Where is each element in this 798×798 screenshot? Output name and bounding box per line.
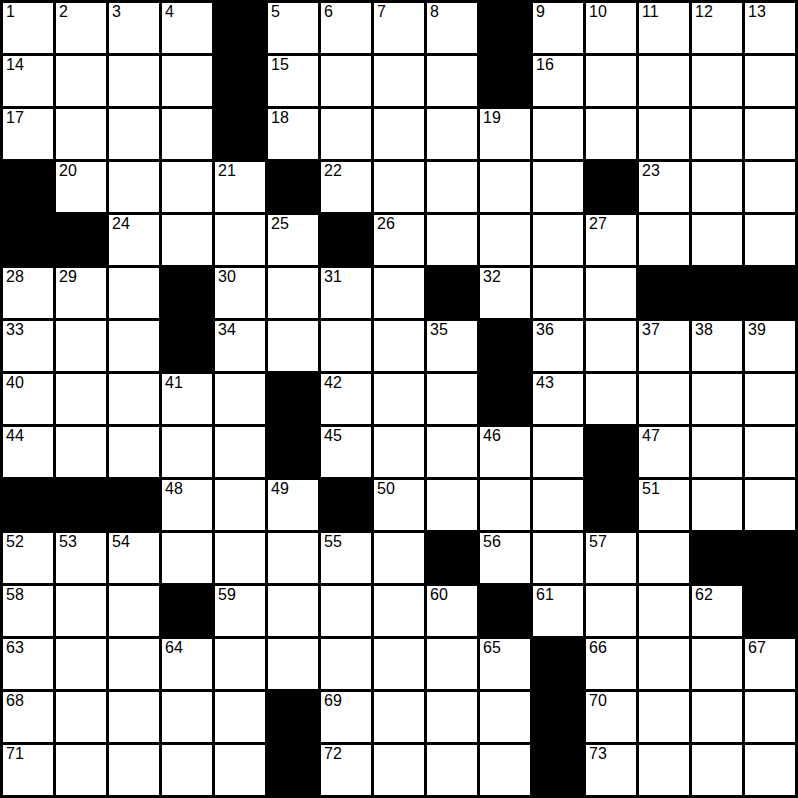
clue-number: 36 bbox=[536, 321, 554, 339]
clue-number: 8 bbox=[430, 3, 439, 21]
white-cell[interactable] bbox=[56, 427, 106, 477]
white-cell[interactable] bbox=[692, 109, 742, 159]
white-cell[interactable] bbox=[586, 109, 636, 159]
white-cell[interactable] bbox=[162, 56, 212, 106]
clue-number: 30 bbox=[218, 268, 236, 286]
clue-number: 22 bbox=[324, 162, 342, 180]
clue-number: 33 bbox=[6, 321, 24, 339]
white-cell[interactable] bbox=[109, 427, 159, 477]
clue-number: 4 bbox=[165, 3, 174, 21]
white-cell[interactable] bbox=[692, 692, 742, 742]
black-cell bbox=[56, 480, 106, 530]
clue-number: 5 bbox=[271, 3, 280, 21]
clue-number: 55 bbox=[324, 533, 342, 551]
white-cell[interactable] bbox=[427, 374, 477, 424]
white-cell[interactable]: 14 bbox=[3, 56, 53, 106]
black-cell bbox=[268, 162, 318, 212]
clue-number: 19 bbox=[483, 109, 501, 127]
clue-number: 56 bbox=[483, 533, 501, 551]
white-cell[interactable] bbox=[427, 639, 477, 689]
black-cell bbox=[162, 586, 212, 636]
clue-number: 61 bbox=[536, 586, 554, 604]
clue-number: 11 bbox=[642, 3, 659, 21]
clue-number: 10 bbox=[589, 3, 607, 21]
black-cell bbox=[480, 374, 530, 424]
white-cell[interactable] bbox=[215, 427, 265, 477]
white-cell[interactable] bbox=[480, 745, 530, 795]
white-cell[interactable]: 73 bbox=[586, 745, 636, 795]
black-cell bbox=[586, 162, 636, 212]
white-cell[interactable] bbox=[321, 56, 371, 106]
white-cell[interactable] bbox=[56, 586, 106, 636]
clue-number: 53 bbox=[59, 533, 77, 551]
white-cell[interactable]: 48 bbox=[162, 480, 212, 530]
white-cell[interactable] bbox=[374, 639, 424, 689]
clue-number: 66 bbox=[589, 639, 607, 657]
black-cell bbox=[268, 427, 318, 477]
white-cell[interactable] bbox=[109, 56, 159, 106]
white-cell[interactable] bbox=[374, 321, 424, 371]
white-cell[interactable]: 35 bbox=[427, 321, 477, 371]
black-cell bbox=[480, 3, 530, 53]
white-cell[interactable] bbox=[321, 109, 371, 159]
clue-number: 39 bbox=[748, 321, 766, 339]
white-cell[interactable] bbox=[639, 586, 689, 636]
white-cell[interactable] bbox=[533, 533, 583, 583]
white-cell[interactable]: 51 bbox=[639, 480, 689, 530]
clue-number: 28 bbox=[6, 268, 24, 286]
black-cell bbox=[692, 268, 742, 318]
white-cell[interactable]: 32 bbox=[480, 268, 530, 318]
white-cell[interactable] bbox=[215, 374, 265, 424]
clue-number: 60 bbox=[430, 586, 448, 604]
white-cell[interactable] bbox=[533, 427, 583, 477]
clue-number: 51 bbox=[642, 480, 660, 498]
white-cell[interactable] bbox=[374, 56, 424, 106]
white-cell[interactable] bbox=[427, 745, 477, 795]
white-cell[interactable] bbox=[692, 427, 742, 477]
white-cell[interactable]: 52 bbox=[3, 533, 53, 583]
white-cell[interactable]: 50 bbox=[374, 480, 424, 530]
white-cell[interactable] bbox=[374, 745, 424, 795]
white-cell[interactable]: 56 bbox=[480, 533, 530, 583]
white-cell[interactable]: 36 bbox=[533, 321, 583, 371]
clue-number: 45 bbox=[324, 427, 342, 445]
clue-number: 38 bbox=[695, 321, 713, 339]
white-cell[interactable] bbox=[162, 162, 212, 212]
white-cell[interactable]: 27 bbox=[586, 215, 636, 265]
white-cell[interactable]: 24 bbox=[109, 215, 159, 265]
white-cell[interactable] bbox=[480, 162, 530, 212]
clue-number: 32 bbox=[483, 268, 501, 286]
white-cell[interactable]: 59 bbox=[215, 586, 265, 636]
clue-number: 23 bbox=[642, 162, 660, 180]
clue-number: 37 bbox=[642, 321, 660, 339]
clue-number: 52 bbox=[6, 533, 24, 551]
white-cell[interactable] bbox=[109, 374, 159, 424]
clue-number: 50 bbox=[377, 480, 395, 498]
white-cell[interactable] bbox=[639, 639, 689, 689]
white-cell[interactable] bbox=[109, 692, 159, 742]
clue-number: 6 bbox=[324, 3, 333, 21]
clue-number: 68 bbox=[6, 692, 24, 710]
clue-number: 69 bbox=[324, 692, 342, 710]
black-cell bbox=[427, 533, 477, 583]
white-cell[interactable] bbox=[745, 109, 795, 159]
clue-number: 16 bbox=[536, 56, 554, 74]
white-cell[interactable]: 13 bbox=[745, 3, 795, 53]
white-cell[interactable] bbox=[109, 162, 159, 212]
black-cell bbox=[586, 427, 636, 477]
clue-number: 67 bbox=[748, 639, 766, 657]
clue-number: 7 bbox=[377, 3, 386, 21]
white-cell[interactable] bbox=[427, 427, 477, 477]
clue-number: 15 bbox=[271, 56, 289, 74]
white-cell[interactable] bbox=[215, 480, 265, 530]
white-cell[interactable] bbox=[56, 692, 106, 742]
black-cell bbox=[109, 480, 159, 530]
white-cell[interactable]: 40 bbox=[3, 374, 53, 424]
clue-number: 25 bbox=[271, 215, 289, 233]
black-cell bbox=[533, 692, 583, 742]
white-cell[interactable] bbox=[586, 374, 636, 424]
white-cell[interactable]: 33 bbox=[3, 321, 53, 371]
white-cell[interactable]: 30 bbox=[215, 268, 265, 318]
clue-number: 27 bbox=[589, 215, 607, 233]
black-cell bbox=[162, 268, 212, 318]
white-cell[interactable]: 53 bbox=[56, 533, 106, 583]
white-cell[interactable] bbox=[586, 56, 636, 106]
white-cell[interactable] bbox=[692, 745, 742, 795]
black-cell bbox=[215, 56, 265, 106]
white-cell[interactable] bbox=[480, 215, 530, 265]
clue-number: 13 bbox=[748, 3, 766, 21]
white-cell[interactable] bbox=[480, 480, 530, 530]
clue-number: 41 bbox=[165, 374, 183, 392]
white-cell[interactable]: 15 bbox=[268, 56, 318, 106]
white-cell[interactable]: 45 bbox=[321, 427, 371, 477]
white-cell[interactable]: 63 bbox=[3, 639, 53, 689]
clue-number: 40 bbox=[6, 374, 24, 392]
white-cell[interactable] bbox=[692, 639, 742, 689]
white-cell[interactable]: 68 bbox=[3, 692, 53, 742]
white-cell[interactable]: 9 bbox=[533, 3, 583, 53]
black-cell bbox=[745, 533, 795, 583]
white-cell[interactable] bbox=[268, 586, 318, 636]
clue-number: 54 bbox=[112, 533, 130, 551]
white-cell[interactable] bbox=[480, 692, 530, 742]
white-cell[interactable]: 1 bbox=[3, 3, 53, 53]
white-cell[interactable] bbox=[745, 215, 795, 265]
clue-number: 49 bbox=[271, 480, 289, 498]
clue-number: 62 bbox=[695, 586, 713, 604]
white-cell[interactable] bbox=[427, 109, 477, 159]
white-cell[interactable]: 44 bbox=[3, 427, 53, 477]
white-cell[interactable] bbox=[745, 374, 795, 424]
clue-number: 24 bbox=[112, 215, 130, 233]
white-cell[interactable] bbox=[162, 745, 212, 795]
black-cell bbox=[268, 374, 318, 424]
white-cell[interactable]: 46 bbox=[480, 427, 530, 477]
white-cell[interactable] bbox=[109, 586, 159, 636]
white-cell[interactable]: 18 bbox=[268, 109, 318, 159]
white-cell[interactable] bbox=[109, 745, 159, 795]
white-cell[interactable] bbox=[374, 109, 424, 159]
white-cell[interactable] bbox=[639, 109, 689, 159]
white-cell[interactable]: 8 bbox=[427, 3, 477, 53]
white-cell[interactable]: 6 bbox=[321, 3, 371, 53]
black-cell bbox=[3, 162, 53, 212]
white-cell[interactable]: 55 bbox=[321, 533, 371, 583]
clue-number: 34 bbox=[218, 321, 236, 339]
white-cell[interactable] bbox=[692, 480, 742, 530]
white-cell[interactable] bbox=[639, 374, 689, 424]
white-cell[interactable] bbox=[56, 56, 106, 106]
white-cell[interactable]: 23 bbox=[639, 162, 689, 212]
white-cell[interactable] bbox=[321, 586, 371, 636]
white-cell[interactable]: 25 bbox=[268, 215, 318, 265]
white-cell[interactable] bbox=[745, 56, 795, 106]
white-cell[interactable]: 17 bbox=[3, 109, 53, 159]
clue-number: 58 bbox=[6, 586, 24, 604]
white-cell[interactable]: 58 bbox=[3, 586, 53, 636]
white-cell[interactable]: 67 bbox=[745, 639, 795, 689]
white-cell[interactable] bbox=[374, 533, 424, 583]
white-cell[interactable]: 16 bbox=[533, 56, 583, 106]
black-cell bbox=[215, 3, 265, 53]
white-cell[interactable]: 19 bbox=[480, 109, 530, 159]
clue-number: 63 bbox=[6, 639, 24, 657]
black-cell bbox=[321, 480, 371, 530]
clue-number: 73 bbox=[589, 745, 607, 763]
white-cell[interactable] bbox=[215, 215, 265, 265]
clue-number: 57 bbox=[589, 533, 607, 551]
black-cell bbox=[3, 480, 53, 530]
white-cell[interactable] bbox=[745, 745, 795, 795]
white-cell[interactable] bbox=[162, 427, 212, 477]
white-cell[interactable] bbox=[692, 215, 742, 265]
white-cell[interactable] bbox=[109, 639, 159, 689]
black-cell bbox=[3, 215, 53, 265]
white-cell[interactable] bbox=[321, 321, 371, 371]
black-cell bbox=[480, 321, 530, 371]
black-cell bbox=[745, 586, 795, 636]
white-cell[interactable] bbox=[427, 692, 477, 742]
white-cell[interactable] bbox=[533, 109, 583, 159]
white-cell[interactable] bbox=[268, 268, 318, 318]
white-cell[interactable] bbox=[692, 56, 742, 106]
white-cell[interactable]: 2 bbox=[56, 3, 106, 53]
white-cell[interactable] bbox=[162, 109, 212, 159]
white-cell[interactable] bbox=[586, 321, 636, 371]
white-cell[interactable]: 10 bbox=[586, 3, 636, 53]
white-cell[interactable]: 37 bbox=[639, 321, 689, 371]
clue-number: 43 bbox=[536, 374, 554, 392]
white-cell[interactable] bbox=[427, 162, 477, 212]
clue-number: 59 bbox=[218, 586, 236, 604]
white-cell[interactable]: 54 bbox=[109, 533, 159, 583]
black-cell bbox=[692, 533, 742, 583]
white-cell[interactable]: 62 bbox=[692, 586, 742, 636]
clue-number: 65 bbox=[483, 639, 501, 657]
black-cell bbox=[321, 215, 371, 265]
white-cell[interactable] bbox=[162, 533, 212, 583]
white-cell[interactable] bbox=[427, 56, 477, 106]
white-cell[interactable] bbox=[533, 268, 583, 318]
white-cell[interactable]: 3 bbox=[109, 3, 159, 53]
clue-number: 26 bbox=[377, 215, 395, 233]
white-cell[interactable] bbox=[427, 215, 477, 265]
white-cell[interactable]: 12 bbox=[692, 3, 742, 53]
white-cell[interactable] bbox=[56, 321, 106, 371]
white-cell[interactable]: 38 bbox=[692, 321, 742, 371]
white-cell[interactable] bbox=[374, 268, 424, 318]
black-cell bbox=[56, 215, 106, 265]
white-cell[interactable] bbox=[639, 745, 689, 795]
white-cell[interactable]: 61 bbox=[533, 586, 583, 636]
white-cell[interactable]: 11 bbox=[639, 3, 689, 53]
white-cell[interactable]: 47 bbox=[639, 427, 689, 477]
white-cell[interactable] bbox=[268, 533, 318, 583]
white-cell[interactable] bbox=[321, 639, 371, 689]
white-cell[interactable] bbox=[374, 692, 424, 742]
white-cell[interactable] bbox=[215, 745, 265, 795]
clue-number: 44 bbox=[6, 427, 24, 445]
black-cell bbox=[215, 109, 265, 159]
white-cell[interactable] bbox=[533, 215, 583, 265]
white-cell[interactable] bbox=[56, 639, 106, 689]
black-cell bbox=[586, 480, 636, 530]
clue-number: 20 bbox=[59, 162, 77, 180]
clue-number: 2 bbox=[59, 3, 68, 21]
white-cell[interactable]: 28 bbox=[3, 268, 53, 318]
white-cell[interactable] bbox=[745, 162, 795, 212]
white-cell[interactable]: 65 bbox=[480, 639, 530, 689]
clue-number: 1 bbox=[6, 3, 15, 21]
white-cell[interactable]: 64 bbox=[162, 639, 212, 689]
white-cell[interactable] bbox=[639, 692, 689, 742]
white-cell[interactable] bbox=[162, 215, 212, 265]
black-cell bbox=[162, 321, 212, 371]
clue-number: 35 bbox=[430, 321, 448, 339]
clue-number: 21 bbox=[218, 162, 236, 180]
clue-number: 17 bbox=[6, 109, 24, 127]
clue-number: 18 bbox=[271, 109, 289, 127]
black-cell bbox=[480, 586, 530, 636]
clue-number: 70 bbox=[589, 692, 607, 710]
white-cell[interactable]: 39 bbox=[745, 321, 795, 371]
clue-number: 48 bbox=[165, 480, 183, 498]
white-cell[interactable]: 7 bbox=[374, 3, 424, 53]
white-cell[interactable] bbox=[109, 321, 159, 371]
black-cell bbox=[427, 268, 477, 318]
white-cell[interactable]: 72 bbox=[321, 745, 371, 795]
white-cell[interactable] bbox=[56, 109, 106, 159]
black-cell bbox=[268, 745, 318, 795]
white-cell[interactable] bbox=[374, 162, 424, 212]
white-cell[interactable] bbox=[745, 692, 795, 742]
white-cell[interactable] bbox=[427, 480, 477, 530]
white-cell[interactable] bbox=[533, 480, 583, 530]
white-cell[interactable]: 26 bbox=[374, 215, 424, 265]
white-cell[interactable]: 69 bbox=[321, 692, 371, 742]
white-cell[interactable]: 22 bbox=[321, 162, 371, 212]
white-cell[interactable]: 4 bbox=[162, 3, 212, 53]
white-cell[interactable] bbox=[215, 639, 265, 689]
white-cell[interactable] bbox=[639, 215, 689, 265]
white-cell[interactable] bbox=[268, 639, 318, 689]
white-cell[interactable]: 57 bbox=[586, 533, 636, 583]
white-cell[interactable] bbox=[745, 427, 795, 477]
white-cell[interactable] bbox=[745, 480, 795, 530]
white-cell[interactable] bbox=[692, 374, 742, 424]
white-cell[interactable]: 41 bbox=[162, 374, 212, 424]
white-cell[interactable]: 66 bbox=[586, 639, 636, 689]
clue-number: 3 bbox=[112, 3, 121, 21]
white-cell[interactable]: 60 bbox=[427, 586, 477, 636]
clue-number: 12 bbox=[695, 3, 713, 21]
white-cell[interactable] bbox=[586, 268, 636, 318]
white-cell[interactable]: 34 bbox=[215, 321, 265, 371]
white-cell[interactable] bbox=[374, 586, 424, 636]
black-cell bbox=[533, 639, 583, 689]
clue-number: 71 bbox=[6, 745, 24, 763]
black-cell bbox=[480, 56, 530, 106]
white-cell[interactable] bbox=[109, 268, 159, 318]
white-cell[interactable]: 43 bbox=[533, 374, 583, 424]
clue-number: 31 bbox=[324, 268, 342, 286]
white-cell[interactable]: 49 bbox=[268, 480, 318, 530]
white-cell[interactable] bbox=[533, 162, 583, 212]
white-cell[interactable] bbox=[162, 692, 212, 742]
white-cell[interactable] bbox=[586, 586, 636, 636]
white-cell[interactable] bbox=[692, 162, 742, 212]
clue-number: 29 bbox=[59, 268, 77, 286]
white-cell[interactable] bbox=[374, 427, 424, 477]
white-cell[interactable] bbox=[109, 109, 159, 159]
black-cell bbox=[533, 745, 583, 795]
white-cell[interactable]: 42 bbox=[321, 374, 371, 424]
clue-number: 47 bbox=[642, 427, 660, 445]
clue-number: 72 bbox=[324, 745, 342, 763]
white-cell[interactable] bbox=[56, 745, 106, 795]
clue-number: 14 bbox=[6, 56, 24, 74]
white-cell[interactable]: 20 bbox=[56, 162, 106, 212]
white-cell[interactable] bbox=[215, 533, 265, 583]
white-cell[interactable]: 71 bbox=[3, 745, 53, 795]
black-cell bbox=[745, 268, 795, 318]
clue-number: 64 bbox=[165, 639, 183, 657]
white-cell[interactable]: 70 bbox=[586, 692, 636, 742]
white-cell[interactable]: 21 bbox=[215, 162, 265, 212]
white-cell[interactable]: 29 bbox=[56, 268, 106, 318]
crossword-grid: 1234567891011121314151617181920212223242… bbox=[0, 0, 798, 798]
white-cell[interactable]: 5 bbox=[268, 3, 318, 53]
white-cell[interactable]: 31 bbox=[321, 268, 371, 318]
black-cell bbox=[268, 692, 318, 742]
black-cell bbox=[639, 268, 689, 318]
white-cell[interactable] bbox=[639, 56, 689, 106]
white-cell[interactable] bbox=[215, 692, 265, 742]
white-cell[interactable] bbox=[268, 321, 318, 371]
white-cell[interactable] bbox=[374, 374, 424, 424]
white-cell[interactable] bbox=[639, 533, 689, 583]
clue-number: 46 bbox=[483, 427, 501, 445]
white-cell[interactable] bbox=[56, 374, 106, 424]
clue-number: 42 bbox=[324, 374, 342, 392]
clue-number: 9 bbox=[536, 3, 545, 21]
